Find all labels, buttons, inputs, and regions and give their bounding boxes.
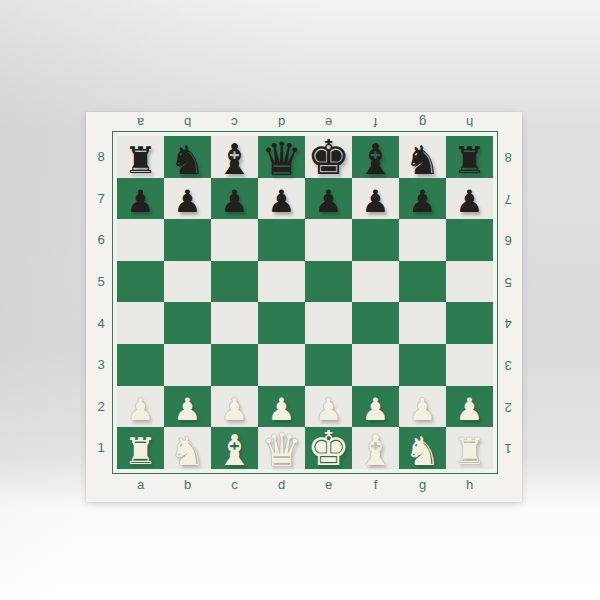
rank-label-left-4: 4 [88,302,114,344]
square-b5[interactable] [164,261,211,303]
square-f2[interactable]: ♟ [352,386,399,428]
square-e7[interactable]: ♟ [305,178,352,220]
file-label-top-f: f [352,112,399,134]
piece-black-pawn-f7[interactable]: ♟ [362,186,390,217]
square-d5[interactable] [258,261,305,303]
square-c5[interactable] [211,261,258,303]
chess-mat: abcdefgh 87654321 87654321 abcdefgh ♜♞♝♛… [86,112,522,502]
square-h1[interactable]: ♜ [446,427,493,469]
square-e1[interactable]: ♚ [305,427,352,469]
rank-label-left-2: 2 [88,386,114,428]
square-h3[interactable] [446,344,493,386]
rank-label-right-8: 8 [495,136,521,178]
file-label-top-c: c [211,112,258,134]
rank-label-left-7: 7 [88,178,114,220]
square-h6[interactable] [446,219,493,261]
piece-black-rook-h8[interactable]: ♜ [453,142,486,179]
square-f5[interactable] [352,261,399,303]
piece-black-pawn-a7[interactable]: ♟ [127,186,155,217]
piece-white-rook-h1[interactable]: ♜ [453,433,486,470]
square-h8[interactable]: ♜ [446,136,493,178]
square-d8[interactable]: ♛ [258,136,305,178]
square-b2[interactable]: ♟ [164,386,211,428]
square-e8[interactable]: ♚ [305,136,352,178]
piece-white-king-e1[interactable]: ♚ [307,425,350,473]
piece-black-knight-b8[interactable]: ♞ [170,140,206,180]
square-g5[interactable] [399,261,446,303]
piece-black-pawn-b7[interactable]: ♟ [174,186,202,217]
file-label-top-a: a [117,112,164,134]
square-b6[interactable] [164,219,211,261]
square-c6[interactable] [211,219,258,261]
piece-white-knight-b1[interactable]: ♞ [170,431,206,471]
square-c2[interactable]: ♟ [211,386,258,428]
file-label-bottom-h: h [446,469,493,500]
piece-white-pawn-f2[interactable]: ♟ [362,394,390,425]
square-b4[interactable] [164,302,211,344]
piece-white-bishop-c1[interactable]: ♝ [216,430,254,472]
piece-white-rook-a1[interactable]: ♜ [124,433,157,470]
piece-white-pawn-g2[interactable]: ♟ [409,394,437,425]
piece-black-pawn-c7[interactable]: ♟ [221,186,249,217]
square-f4[interactable] [352,302,399,344]
square-e3[interactable] [305,344,352,386]
square-d4[interactable] [258,302,305,344]
rank-label-right-6: 6 [495,219,521,261]
square-g8[interactable]: ♞ [399,136,446,178]
piece-black-pawn-e7[interactable]: ♟ [315,186,343,217]
piece-white-queen-d1[interactable]: ♛ [261,427,302,473]
rank-label-left-3: 3 [88,344,114,386]
piece-black-pawn-g7[interactable]: ♟ [409,186,437,217]
piece-white-pawn-a2[interactable]: ♟ [127,394,155,425]
photo-background: { "game": "chess", "scene": { "descripti… [0,0,600,600]
rank-label-right-3: 3 [495,344,521,386]
square-c1[interactable]: ♝ [211,427,258,469]
square-e5[interactable] [305,261,352,303]
square-f6[interactable] [352,219,399,261]
square-b1[interactable]: ♞ [164,427,211,469]
file-label-top-g: g [399,112,446,134]
square-h2[interactable]: ♟ [446,386,493,428]
piece-black-knight-g8[interactable]: ♞ [405,140,441,180]
rank-label-right-5: 5 [495,261,521,303]
square-g7[interactable]: ♟ [399,178,446,220]
rank-label-right-7: 7 [495,178,521,220]
piece-white-bishop-f1[interactable]: ♝ [357,430,395,472]
square-f7[interactable]: ♟ [352,178,399,220]
square-d2[interactable]: ♟ [258,386,305,428]
rank-label-right-2: 2 [495,386,521,428]
square-g1[interactable]: ♞ [399,427,446,469]
square-a6[interactable] [117,219,164,261]
square-a7[interactable]: ♟ [117,178,164,220]
square-g6[interactable] [399,219,446,261]
file-label-top-h: h [446,112,493,134]
square-c4[interactable] [211,302,258,344]
square-g4[interactable] [399,302,446,344]
rank-label-right-4: 4 [495,302,521,344]
square-h4[interactable] [446,302,493,344]
square-a2[interactable]: ♟ [117,386,164,428]
rank-label-right-1: 1 [495,427,521,469]
rank-labels-left: 87654321 [88,136,114,469]
square-a1[interactable]: ♜ [117,427,164,469]
square-h7[interactable]: ♟ [446,178,493,220]
rank-labels-right: 87654321 [495,136,521,469]
rank-label-left-6: 6 [88,219,114,261]
file-labels-bottom: abcdefgh [117,469,493,500]
square-e4[interactable] [305,302,352,344]
piece-black-bishop-c8[interactable]: ♝ [216,139,254,181]
piece-black-bishop-f8[interactable]: ♝ [357,139,395,181]
square-h5[interactable] [446,261,493,303]
piece-white-knight-g1[interactable]: ♞ [405,431,441,471]
piece-white-pawn-b2[interactable]: ♟ [174,394,202,425]
board-grid: ♜♞♝♛♚♝♞♜♟♟♟♟♟♟♟♟♟♟♟♟♟♟♟♟♜♞♝♛♚♝♞♜ [117,136,493,469]
rank-label-left-8: 8 [88,136,114,178]
square-b3[interactable] [164,344,211,386]
piece-black-pawn-d7[interactable]: ♟ [268,186,296,217]
piece-white-pawn-d2[interactable]: ♟ [268,394,296,425]
file-label-top-b: b [164,112,211,134]
piece-white-pawn-h2[interactable]: ♟ [456,394,484,425]
square-a3[interactable] [117,344,164,386]
file-label-bottom-g: g [399,469,446,500]
file-label-top-d: d [258,112,305,134]
square-g2[interactable]: ♟ [399,386,446,428]
piece-black-pawn-h7[interactable]: ♟ [456,186,484,217]
square-f1[interactable]: ♝ [352,427,399,469]
square-b7[interactable]: ♟ [164,178,211,220]
file-label-bottom-b: b [164,469,211,500]
file-labels-top: abcdefgh [117,112,493,134]
piece-black-queen-d8[interactable]: ♛ [261,136,302,182]
file-label-bottom-a: a [117,469,164,500]
square-b8[interactable]: ♞ [164,136,211,178]
piece-white-pawn-c2[interactable]: ♟ [221,394,249,425]
piece-white-pawn-e2[interactable]: ♟ [315,394,343,425]
square-a5[interactable] [117,261,164,303]
square-a8[interactable]: ♜ [117,136,164,178]
square-f8[interactable]: ♝ [352,136,399,178]
square-d6[interactable] [258,219,305,261]
square-a4[interactable] [117,302,164,344]
square-c8[interactable]: ♝ [211,136,258,178]
piece-black-king-e8[interactable]: ♚ [307,134,350,182]
rank-label-left-1: 1 [88,427,114,469]
rank-label-left-5: 5 [88,261,114,303]
square-d1[interactable]: ♛ [258,427,305,469]
square-f3[interactable] [352,344,399,386]
square-c3[interactable] [211,344,258,386]
square-e6[interactable] [305,219,352,261]
square-d3[interactable] [258,344,305,386]
square-g3[interactable] [399,344,446,386]
square-c7[interactable]: ♟ [211,178,258,220]
piece-black-rook-a8[interactable]: ♜ [124,142,157,179]
